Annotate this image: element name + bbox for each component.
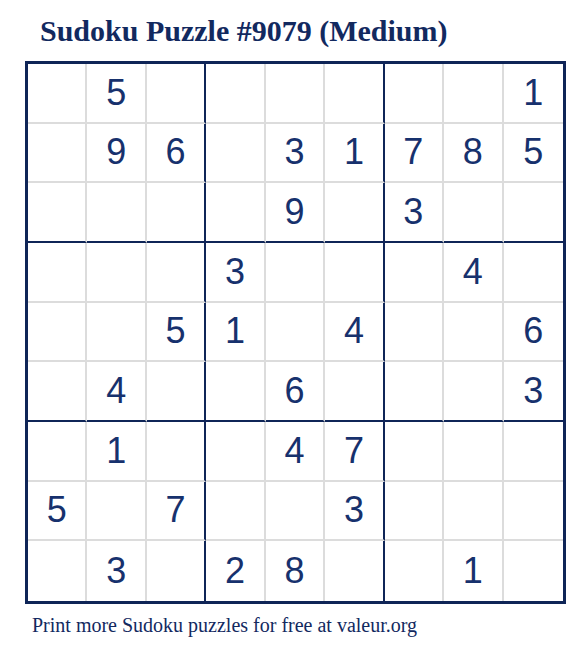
cell-r6c1[interactable] <box>28 362 87 422</box>
cell-r7c3[interactable] <box>147 422 206 482</box>
cell-r6c2[interactable]: 4 <box>87 362 146 422</box>
cell-r6c4[interactable] <box>206 362 265 422</box>
cell-r7c4[interactable] <box>206 422 265 482</box>
cell-r4c1[interactable] <box>28 243 87 303</box>
cell-r1c2[interactable]: 5 <box>87 64 146 124</box>
cell-r9c8[interactable]: 1 <box>444 541 503 601</box>
cell-r2c8[interactable]: 8 <box>444 124 503 184</box>
cell-r2c1[interactable] <box>28 124 87 184</box>
cell-r6c3[interactable] <box>147 362 206 422</box>
footer-credit-text: Print more Sudoku puzzles for free at va… <box>32 614 417 637</box>
cell-r8c6[interactable]: 3 <box>325 482 384 542</box>
cell-r4c3[interactable] <box>147 243 206 303</box>
cell-r2c2[interactable]: 9 <box>87 124 146 184</box>
cell-r7c9[interactable] <box>504 422 563 482</box>
cell-r2c4[interactable] <box>206 124 265 184</box>
cell-r8c8[interactable] <box>444 482 503 542</box>
cell-r1c6[interactable] <box>325 64 384 124</box>
cell-r3c5[interactable]: 9 <box>266 183 325 243</box>
cell-r3c3[interactable] <box>147 183 206 243</box>
cell-r5c6[interactable]: 4 <box>325 303 384 363</box>
cell-r1c5[interactable] <box>266 64 325 124</box>
cell-r1c9[interactable]: 1 <box>504 64 563 124</box>
cell-r8c7[interactable] <box>385 482 444 542</box>
cell-r7c7[interactable] <box>385 422 444 482</box>
cell-r9c7[interactable] <box>385 541 444 601</box>
cell-r6c5[interactable]: 6 <box>266 362 325 422</box>
cell-r7c2[interactable]: 1 <box>87 422 146 482</box>
cell-r2c6[interactable]: 1 <box>325 124 384 184</box>
cell-r7c1[interactable] <box>28 422 87 482</box>
cell-r9c4[interactable]: 2 <box>206 541 265 601</box>
cell-r1c8[interactable] <box>444 64 503 124</box>
cell-r9c9[interactable] <box>504 541 563 601</box>
cell-r3c9[interactable] <box>504 183 563 243</box>
cell-r5c7[interactable] <box>385 303 444 363</box>
cell-r1c4[interactable] <box>206 64 265 124</box>
cell-r9c1[interactable] <box>28 541 87 601</box>
cell-r2c3[interactable]: 6 <box>147 124 206 184</box>
cell-r2c9[interactable]: 5 <box>504 124 563 184</box>
cell-r8c1[interactable]: 5 <box>28 482 87 542</box>
cell-r4c2[interactable] <box>87 243 146 303</box>
cell-r5c5[interactable] <box>266 303 325 363</box>
cell-r6c6[interactable] <box>325 362 384 422</box>
cell-r1c1[interactable] <box>28 64 87 124</box>
cell-r1c7[interactable] <box>385 64 444 124</box>
cell-r3c2[interactable] <box>87 183 146 243</box>
cell-r5c4[interactable]: 1 <box>206 303 265 363</box>
puzzle-title: Sudoku Puzzle #9079 (Medium) <box>40 14 448 48</box>
cell-r5c1[interactable] <box>28 303 87 363</box>
cell-r5c2[interactable] <box>87 303 146 363</box>
cell-r6c9[interactable]: 3 <box>504 362 563 422</box>
cell-r7c6[interactable]: 7 <box>325 422 384 482</box>
cell-r6c7[interactable] <box>385 362 444 422</box>
cell-r4c4[interactable]: 3 <box>206 243 265 303</box>
cell-r9c3[interactable] <box>147 541 206 601</box>
cell-r5c8[interactable] <box>444 303 503 363</box>
cell-r2c5[interactable]: 3 <box>266 124 325 184</box>
cell-r8c2[interactable] <box>87 482 146 542</box>
cell-r5c9[interactable]: 6 <box>504 303 563 363</box>
cell-r4c8[interactable]: 4 <box>444 243 503 303</box>
cell-r8c3[interactable]: 7 <box>147 482 206 542</box>
cell-r3c6[interactable] <box>325 183 384 243</box>
cell-r4c6[interactable] <box>325 243 384 303</box>
cell-r7c8[interactable] <box>444 422 503 482</box>
cell-r1c3[interactable] <box>147 64 206 124</box>
cell-r9c5[interactable]: 8 <box>266 541 325 601</box>
cell-r8c5[interactable] <box>266 482 325 542</box>
cell-r6c8[interactable] <box>444 362 503 422</box>
cell-r8c4[interactable] <box>206 482 265 542</box>
cell-r8c9[interactable] <box>504 482 563 542</box>
cell-r3c4[interactable] <box>206 183 265 243</box>
cell-r3c1[interactable] <box>28 183 87 243</box>
cell-r7c5[interactable]: 4 <box>266 422 325 482</box>
cell-r3c8[interactable] <box>444 183 503 243</box>
cell-r2c7[interactable]: 7 <box>385 124 444 184</box>
cell-r5c3[interactable]: 5 <box>147 303 206 363</box>
cell-r4c5[interactable] <box>266 243 325 303</box>
sudoku-board: 519631785933451464631475733281 <box>25 61 566 604</box>
cell-r9c6[interactable] <box>325 541 384 601</box>
cell-r9c2[interactable]: 3 <box>87 541 146 601</box>
cell-r4c9[interactable] <box>504 243 563 303</box>
cell-r4c7[interactable] <box>385 243 444 303</box>
cell-r3c7[interactable]: 3 <box>385 183 444 243</box>
